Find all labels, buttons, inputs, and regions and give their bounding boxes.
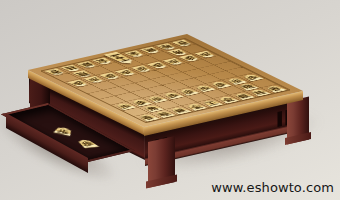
piece-wrapper: 歩	[53, 126, 74, 137]
drawer-piece: 歩	[53, 126, 74, 137]
watermark-text: www.eshowto.com	[211, 181, 334, 194]
stand-front-leg	[148, 136, 175, 188]
photo-scene: 歩歩 香桂銀金玉金銀桂香飛角歩歩歩歩歩歩歩歩歩歩歩歩歩歩歩歩歩歩角飛香桂銀金王金…	[0, 0, 340, 200]
apron-slot	[277, 111, 281, 127]
piece-wrapper: 歩	[75, 139, 100, 148]
drawer-piece: 歩	[75, 139, 100, 148]
stand-right-leg	[287, 97, 309, 145]
